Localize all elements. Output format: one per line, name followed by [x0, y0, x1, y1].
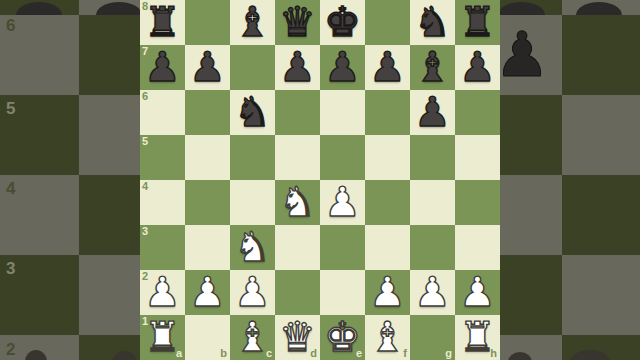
square-h7[interactable]: ♟	[455, 45, 500, 90]
piece-white-knight[interactable]: ♞	[275, 180, 320, 225]
square-b8[interactable]	[185, 0, 230, 45]
square-h4[interactable]	[455, 180, 500, 225]
square-a5[interactable]: 5	[140, 135, 185, 180]
background-rank-label: 5	[6, 100, 15, 117]
background-rank-label: 4	[6, 180, 15, 197]
background-rank-label: 6	[6, 17, 15, 34]
square-f3[interactable]	[365, 225, 410, 270]
piece-white-pawn[interactable]: ♟	[140, 270, 185, 315]
piece-black-rook[interactable]: ♜	[140, 0, 185, 45]
square-g2[interactable]: ♟	[410, 270, 455, 315]
rank-label: 5	[142, 136, 148, 147]
piece-black-pawn[interactable]: ♟	[275, 45, 320, 90]
square-a2[interactable]: 2♟	[140, 270, 185, 315]
piece-black-bishop[interactable]: ♝	[230, 0, 275, 45]
piece-white-pawn[interactable]: ♟	[320, 180, 365, 225]
square-h8[interactable]: ♜	[455, 0, 500, 45]
square-d5[interactable]	[275, 135, 320, 180]
piece-black-knight[interactable]: ♞	[410, 0, 455, 45]
square-g6[interactable]: ♟	[410, 90, 455, 135]
rank-label: 3	[142, 226, 148, 237]
piece-white-rook[interactable]: ♜	[140, 315, 185, 360]
square-a8[interactable]: 8♜	[140, 0, 185, 45]
square-e3[interactable]	[320, 225, 365, 270]
background-board-right: ♟	[500, 0, 640, 360]
piece-white-pawn[interactable]: ♟	[365, 270, 410, 315]
square-c2[interactable]: ♟	[230, 270, 275, 315]
piece-white-knight[interactable]: ♞	[230, 225, 275, 270]
square-c8[interactable]: ♝	[230, 0, 275, 45]
piece-white-pawn[interactable]: ♟	[185, 270, 230, 315]
square-h3[interactable]	[455, 225, 500, 270]
square-e2[interactable]	[320, 270, 365, 315]
square-h2[interactable]: ♟	[455, 270, 500, 315]
square-f8[interactable]	[365, 0, 410, 45]
square-f2[interactable]: ♟	[365, 270, 410, 315]
background-checker-left	[0, 0, 140, 360]
file-label: b	[220, 348, 227, 359]
square-a7[interactable]: 7♟	[140, 45, 185, 90]
square-d4[interactable]: ♞	[275, 180, 320, 225]
square-a1[interactable]: 1a♜	[140, 315, 185, 360]
square-b3[interactable]	[185, 225, 230, 270]
square-c1[interactable]: c♝	[230, 315, 275, 360]
square-f1[interactable]: f♝	[365, 315, 410, 360]
piece-black-knight[interactable]: ♞	[230, 90, 275, 135]
piece-black-pawn[interactable]: ♟	[185, 45, 230, 90]
background-g6-square: ♟	[500, 15, 562, 95]
square-b6[interactable]	[185, 90, 230, 135]
square-c6[interactable]: ♞	[230, 90, 275, 135]
background-black-pawn-icon: ♟	[500, 24, 550, 86]
piece-black-pawn[interactable]: ♟	[140, 45, 185, 90]
square-a6[interactable]: 6	[140, 90, 185, 135]
square-d6[interactable]	[275, 90, 320, 135]
piece-black-queen[interactable]: ♛	[275, 0, 320, 45]
chess-board: 8♜♝♛♚♞♜7♟♟♟♟♟♝♟6♞♟54♞♟3♞2♟♟♟♟♟♟1a♜bc♝d♛e…	[140, 0, 500, 360]
square-c3[interactable]: ♞	[230, 225, 275, 270]
piece-white-queen[interactable]: ♛	[275, 315, 320, 360]
square-a3[interactable]: 3	[140, 225, 185, 270]
square-g4[interactable]	[410, 180, 455, 225]
piece-white-pawn[interactable]: ♟	[410, 270, 455, 315]
square-f4[interactable]	[365, 180, 410, 225]
square-b2[interactable]: ♟	[185, 270, 230, 315]
square-f6[interactable]	[365, 90, 410, 135]
square-b1[interactable]: b	[185, 315, 230, 360]
square-e1[interactable]: e♚	[320, 315, 365, 360]
background-rank-label: 2	[6, 341, 15, 358]
square-g1[interactable]: g	[410, 315, 455, 360]
square-c5[interactable]	[230, 135, 275, 180]
square-g3[interactable]	[410, 225, 455, 270]
square-e8[interactable]: ♚	[320, 0, 365, 45]
square-h1[interactable]: h♜	[455, 315, 500, 360]
file-label: g	[445, 348, 452, 359]
background-board-left: 65432	[0, 0, 140, 360]
square-d8[interactable]: ♛	[275, 0, 320, 45]
square-d7[interactable]: ♟	[275, 45, 320, 90]
square-h6[interactable]	[455, 90, 500, 135]
piece-black-king[interactable]: ♚	[320, 0, 365, 45]
piece-black-bishop[interactable]: ♝	[410, 45, 455, 90]
square-a4[interactable]: 4	[140, 180, 185, 225]
square-e7[interactable]: ♟	[320, 45, 365, 90]
square-g7[interactable]: ♝	[410, 45, 455, 90]
square-b4[interactable]	[185, 180, 230, 225]
square-c7[interactable]	[230, 45, 275, 90]
rank-label: 6	[142, 91, 148, 102]
piece-white-king[interactable]: ♚	[320, 315, 365, 360]
square-c4[interactable]	[230, 180, 275, 225]
background-rank-label: 3	[6, 260, 15, 277]
square-g8[interactable]: ♞	[410, 0, 455, 45]
piece-black-pawn[interactable]: ♟	[365, 45, 410, 90]
piece-black-pawn[interactable]: ♟	[320, 45, 365, 90]
square-b7[interactable]: ♟	[185, 45, 230, 90]
piece-black-rook[interactable]: ♜	[455, 0, 500, 45]
piece-black-pawn[interactable]: ♟	[455, 45, 500, 90]
square-h5[interactable]	[455, 135, 500, 180]
rank-label: 4	[142, 181, 148, 192]
square-e6[interactable]	[320, 90, 365, 135]
piece-white-bishop[interactable]: ♝	[365, 315, 410, 360]
square-b5[interactable]	[185, 135, 230, 180]
square-d3[interactable]	[275, 225, 320, 270]
square-g5[interactable]	[410, 135, 455, 180]
square-e5[interactable]	[320, 135, 365, 180]
piece-black-pawn[interactable]: ♟	[410, 90, 455, 135]
piece-white-bishop[interactable]: ♝	[230, 315, 275, 360]
square-e4[interactable]: ♟	[320, 180, 365, 225]
square-f7[interactable]: ♟	[365, 45, 410, 90]
piece-white-pawn[interactable]: ♟	[455, 270, 500, 315]
square-f5[interactable]	[365, 135, 410, 180]
square-d2[interactable]	[275, 270, 320, 315]
piece-white-pawn[interactable]: ♟	[230, 270, 275, 315]
square-d1[interactable]: d♛	[275, 315, 320, 360]
video-frame: 65432 ♟ 8♜♝♛♚♞♜7♟♟♟♟♟♝♟6♞♟54♞♟3♞2♟♟♟♟♟♟1…	[0, 0, 640, 360]
piece-white-rook[interactable]: ♜	[455, 315, 500, 360]
